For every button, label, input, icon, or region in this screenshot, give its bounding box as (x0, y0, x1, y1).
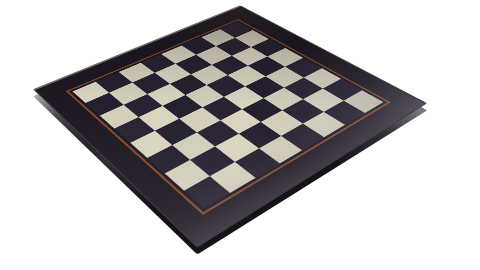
playing-area (72, 22, 384, 209)
product-photo-scene (0, 0, 480, 270)
board-top-face (33, 5, 427, 247)
